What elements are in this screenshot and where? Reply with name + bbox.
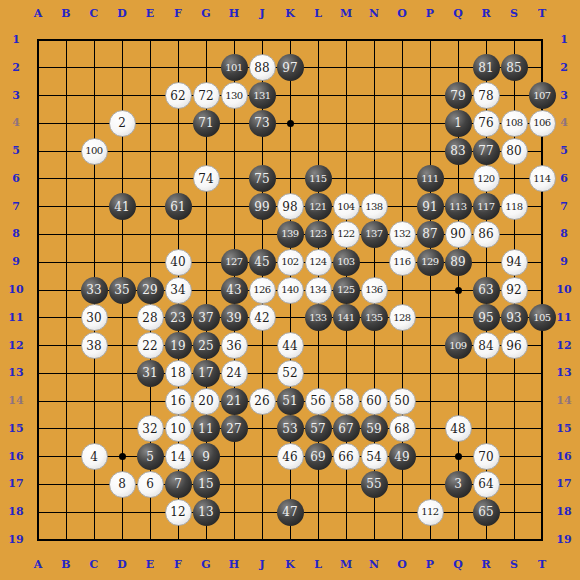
stone-move-number: 15 — [198, 478, 213, 490]
stone-move-number: 105 — [533, 313, 550, 323]
stone-move-number: 97 — [282, 62, 297, 74]
stone-move-number: 122 — [337, 229, 354, 239]
col-label-top-Q: Q — [446, 7, 470, 21]
stone-move-number: 109 — [449, 341, 466, 351]
stone-move-number: 81 — [478, 62, 493, 74]
col-label-top-A: A — [26, 7, 50, 21]
row-label-right-15: 15 — [552, 422, 576, 436]
row-label-right-1: 1 — [552, 33, 576, 47]
col-label-bottom-R: R — [474, 558, 498, 572]
stone-move-number: 128 — [393, 313, 410, 323]
row-label-right-2: 2 — [552, 61, 576, 75]
col-label-bottom-A: A — [26, 558, 50, 572]
stone-white-move-14: 14 — [165, 443, 192, 470]
stone-move-number: 79 — [450, 90, 465, 102]
stone-move-number: 4 — [90, 451, 98, 463]
stone-move-number: 45 — [254, 256, 269, 268]
stone-move-number: 39 — [226, 312, 241, 324]
stone-move-number: 31 — [142, 367, 157, 379]
col-label-bottom-B: B — [54, 558, 78, 572]
stone-move-number: 137 — [365, 229, 382, 239]
stone-move-number: 71 — [198, 117, 213, 129]
stone-move-number: 130 — [225, 91, 242, 101]
stone-black-move-137: 137 — [361, 221, 388, 248]
stone-black-move-91: 91 — [417, 193, 444, 220]
stone-white-move-30: 30 — [81, 304, 108, 331]
stone-black-move-59: 59 — [361, 415, 388, 442]
stone-black-move-109: 109 — [445, 332, 472, 359]
stone-black-move-125: 125 — [333, 277, 360, 304]
stone-white-move-58: 58 — [333, 388, 360, 415]
stone-move-number: 59 — [366, 423, 381, 435]
stone-white-move-2: 2 — [109, 110, 136, 137]
stone-white-move-38: 38 — [81, 332, 108, 359]
stone-white-move-128: 128 — [389, 304, 416, 331]
stone-black-move-69: 69 — [305, 443, 332, 470]
stone-move-number: 114 — [533, 174, 550, 184]
stone-move-number: 69 — [310, 451, 325, 463]
stone-move-number: 89 — [450, 256, 465, 268]
row-label-left-1: 1 — [4, 33, 28, 47]
col-label-bottom-P: P — [418, 558, 442, 572]
stone-white-move-26: 26 — [249, 388, 276, 415]
stone-move-number: 46 — [282, 451, 297, 463]
stone-black-move-127: 127 — [221, 249, 248, 276]
stone-move-number: 134 — [309, 285, 326, 295]
col-label-bottom-K: K — [278, 558, 302, 572]
col-label-top-C: C — [82, 7, 106, 21]
stone-move-number: 90 — [450, 228, 465, 240]
stone-white-move-68: 68 — [389, 415, 416, 442]
stone-move-number: 96 — [506, 340, 521, 352]
stone-move-number: 80 — [506, 145, 521, 157]
stone-white-move-66: 66 — [333, 443, 360, 470]
stone-move-number: 107 — [533, 91, 550, 101]
stone-white-move-98: 98 — [277, 193, 304, 220]
stone-black-move-103: 103 — [333, 249, 360, 276]
stone-black-move-19: 19 — [165, 332, 192, 359]
stone-move-number: 95 — [478, 312, 493, 324]
stone-white-move-62: 62 — [165, 82, 192, 109]
stone-white-move-134: 134 — [305, 277, 332, 304]
stone-move-number: 29 — [142, 284, 157, 296]
stone-move-number: 65 — [478, 506, 493, 518]
col-label-bottom-E: E — [138, 558, 162, 572]
stone-move-number: 84 — [478, 340, 493, 352]
stone-white-move-42: 42 — [249, 304, 276, 331]
stone-move-number: 92 — [506, 284, 521, 296]
stone-move-number: 22 — [142, 340, 157, 352]
stone-white-move-40: 40 — [165, 249, 192, 276]
stone-white-move-138: 138 — [361, 193, 388, 220]
stone-black-move-115: 115 — [305, 165, 332, 192]
col-label-top-O: O — [390, 7, 414, 21]
stone-white-move-74: 74 — [193, 165, 220, 192]
row-label-left-19: 19 — [4, 533, 28, 547]
grid-line-vertical — [430, 40, 431, 540]
row-label-left-18: 18 — [4, 505, 28, 519]
stone-move-number: 121 — [309, 202, 326, 212]
stone-black-move-61: 61 — [165, 193, 192, 220]
stone-white-move-92: 92 — [501, 277, 528, 304]
stone-move-number: 49 — [394, 451, 409, 463]
go-board[interactable]: AABBCCDDEEFFGGHHJJKKLLMMNNOOPPQQRRSSTT11… — [0, 0, 580, 580]
stone-move-number: 127 — [225, 257, 242, 267]
stone-black-move-7: 7 — [165, 471, 192, 498]
stone-move-number: 136 — [365, 285, 382, 295]
stone-move-number: 85 — [506, 62, 521, 74]
stone-black-move-51: 51 — [277, 388, 304, 415]
stone-move-number: 129 — [421, 257, 438, 267]
stone-move-number: 60 — [366, 395, 381, 407]
stone-move-number: 83 — [450, 145, 465, 157]
row-label-right-7: 7 — [552, 200, 576, 214]
stone-white-move-118: 118 — [501, 193, 528, 220]
col-label-bottom-T: T — [530, 558, 554, 572]
stone-move-number: 30 — [86, 312, 101, 324]
stone-white-move-106: 106 — [529, 110, 556, 137]
stone-white-move-130: 130 — [221, 82, 248, 109]
stone-black-move-13: 13 — [193, 499, 220, 526]
stone-move-number: 99 — [254, 201, 269, 213]
row-label-right-17: 17 — [552, 477, 576, 491]
stone-black-move-141: 141 — [333, 304, 360, 331]
stone-move-number: 11 — [198, 423, 213, 435]
stone-black-move-111: 111 — [417, 165, 444, 192]
stone-move-number: 125 — [337, 285, 354, 295]
stone-white-move-102: 102 — [277, 249, 304, 276]
stone-white-move-84: 84 — [473, 332, 500, 359]
stone-black-move-81: 81 — [473, 54, 500, 81]
stone-move-number: 53 — [282, 423, 297, 435]
stone-black-move-95: 95 — [473, 304, 500, 331]
stone-black-move-49: 49 — [389, 443, 416, 470]
stone-move-number: 26 — [254, 395, 269, 407]
stone-move-number: 126 — [253, 285, 270, 295]
stone-white-move-70: 70 — [473, 443, 500, 470]
row-label-right-16: 16 — [552, 450, 576, 464]
stone-move-number: 35 — [114, 284, 129, 296]
stone-black-move-5: 5 — [137, 443, 164, 470]
stone-move-number: 58 — [338, 395, 353, 407]
stone-move-number: 117 — [477, 202, 494, 212]
stone-move-number: 6 — [146, 478, 154, 490]
stone-move-number: 91 — [422, 201, 437, 213]
stone-white-move-120: 120 — [473, 165, 500, 192]
stone-black-move-131: 131 — [249, 82, 276, 109]
stone-move-number: 124 — [309, 257, 326, 267]
stone-move-number: 28 — [142, 312, 157, 324]
stone-move-number: 108 — [505, 118, 522, 128]
stone-move-number: 103 — [337, 257, 354, 267]
stone-move-number: 98 — [282, 201, 297, 213]
stone-move-number: 40 — [170, 256, 185, 268]
stone-black-move-41: 41 — [109, 193, 136, 220]
stone-move-number: 43 — [226, 284, 241, 296]
stone-move-number: 93 — [506, 312, 521, 324]
star-point-K4 — [287, 120, 294, 127]
stone-white-move-108: 108 — [501, 110, 528, 137]
col-label-top-T: T — [530, 7, 554, 21]
stone-move-number: 36 — [226, 340, 241, 352]
stone-black-move-89: 89 — [445, 249, 472, 276]
stone-white-move-140: 140 — [277, 277, 304, 304]
col-label-bottom-Q: Q — [446, 558, 470, 572]
stone-black-move-97: 97 — [277, 54, 304, 81]
stone-move-number: 64 — [478, 478, 493, 490]
stone-white-move-16: 16 — [165, 388, 192, 415]
stone-move-number: 7 — [174, 478, 182, 490]
row-label-right-6: 6 — [552, 172, 576, 186]
stone-move-number: 138 — [365, 202, 382, 212]
row-label-left-10: 10 — [4, 283, 28, 297]
row-label-right-9: 9 — [552, 255, 576, 269]
row-label-left-5: 5 — [4, 144, 28, 158]
stone-white-move-80: 80 — [501, 138, 528, 165]
row-label-left-12: 12 — [4, 339, 28, 353]
stone-move-number: 27 — [226, 423, 241, 435]
col-label-top-P: P — [418, 7, 442, 21]
stone-black-move-139: 139 — [277, 221, 304, 248]
stone-white-move-124: 124 — [305, 249, 332, 276]
row-label-left-16: 16 — [4, 450, 28, 464]
stone-move-number: 63 — [478, 284, 493, 296]
stone-black-move-29: 29 — [137, 277, 164, 304]
stone-move-number: 62 — [170, 90, 185, 102]
stone-move-number: 42 — [254, 312, 269, 324]
row-label-right-19: 19 — [552, 533, 576, 547]
stone-move-number: 37 — [198, 312, 213, 324]
stone-move-number: 23 — [170, 312, 185, 324]
stone-move-number: 48 — [450, 423, 465, 435]
stone-black-move-33: 33 — [81, 277, 108, 304]
col-label-bottom-C: C — [82, 558, 106, 572]
stone-black-move-83: 83 — [445, 138, 472, 165]
col-label-top-J: J — [250, 7, 274, 21]
stone-move-number: 17 — [198, 367, 213, 379]
stone-black-move-85: 85 — [501, 54, 528, 81]
stone-black-move-121: 121 — [305, 193, 332, 220]
col-label-top-S: S — [502, 7, 526, 21]
stone-move-number: 14 — [170, 451, 185, 463]
col-label-top-M: M — [334, 7, 358, 21]
stone-black-move-35: 35 — [109, 277, 136, 304]
stone-move-number: 140 — [281, 285, 298, 295]
stone-white-move-36: 36 — [221, 332, 248, 359]
stone-white-move-44: 44 — [277, 332, 304, 359]
stone-move-number: 75 — [254, 173, 269, 185]
stone-move-number: 94 — [506, 256, 521, 268]
stone-move-number: 132 — [393, 229, 410, 239]
row-label-left-3: 3 — [4, 89, 28, 103]
stone-move-number: 47 — [282, 506, 297, 518]
stone-white-move-114: 114 — [529, 165, 556, 192]
stone-move-number: 10 — [170, 423, 185, 435]
stone-white-move-132: 132 — [389, 221, 416, 248]
stone-move-number: 5 — [146, 451, 154, 463]
col-label-top-D: D — [110, 7, 134, 21]
stone-white-move-88: 88 — [249, 54, 276, 81]
stone-move-number: 104 — [337, 202, 354, 212]
stone-black-move-79: 79 — [445, 82, 472, 109]
stone-white-move-96: 96 — [501, 332, 528, 359]
stone-move-number: 56 — [310, 395, 325, 407]
stone-white-move-48: 48 — [445, 415, 472, 442]
stone-black-move-55: 55 — [361, 471, 388, 498]
row-label-left-11: 11 — [4, 311, 28, 325]
stone-move-number: 73 — [254, 117, 269, 129]
stone-white-move-8: 8 — [109, 471, 136, 498]
stone-black-move-67: 67 — [333, 415, 360, 442]
row-label-left-2: 2 — [4, 61, 28, 75]
stone-black-move-47: 47 — [277, 499, 304, 526]
stone-move-number: 100 — [85, 146, 102, 156]
stone-black-move-75: 75 — [249, 165, 276, 192]
stone-black-move-17: 17 — [193, 360, 220, 387]
stone-move-number: 123 — [309, 229, 326, 239]
stone-move-number: 74 — [198, 173, 213, 185]
row-label-right-4: 4 — [552, 116, 576, 130]
row-label-left-8: 8 — [4, 227, 28, 241]
col-label-top-R: R — [474, 7, 498, 21]
stone-move-number: 3 — [454, 478, 462, 490]
star-point-D16 — [119, 453, 126, 460]
stone-black-move-11: 11 — [193, 415, 220, 442]
stone-move-number: 86 — [478, 228, 493, 240]
col-label-bottom-F: F — [166, 558, 190, 572]
row-label-left-7: 7 — [4, 200, 28, 214]
stone-black-move-1: 1 — [445, 110, 472, 137]
stone-move-number: 106 — [533, 118, 550, 128]
stone-white-move-56: 56 — [305, 388, 332, 415]
col-label-top-G: G — [194, 7, 218, 21]
stone-black-move-99: 99 — [249, 193, 276, 220]
col-label-bottom-D: D — [110, 558, 134, 572]
stone-move-number: 141 — [337, 313, 354, 323]
stone-move-number: 87 — [422, 228, 437, 240]
stone-black-move-39: 39 — [221, 304, 248, 331]
col-label-bottom-N: N — [362, 558, 386, 572]
stone-black-move-133: 133 — [305, 304, 332, 331]
stone-black-move-43: 43 — [221, 277, 248, 304]
stone-black-move-37: 37 — [193, 304, 220, 331]
row-label-left-15: 15 — [4, 422, 28, 436]
stone-white-move-52: 52 — [277, 360, 304, 387]
stone-move-number: 54 — [366, 451, 381, 463]
stone-black-move-15: 15 — [193, 471, 220, 498]
row-label-left-17: 17 — [4, 477, 28, 491]
stone-black-move-21: 21 — [221, 388, 248, 415]
stone-white-move-6: 6 — [137, 471, 164, 498]
row-label-right-11: 11 — [552, 311, 576, 325]
stone-black-move-9: 9 — [193, 443, 220, 470]
col-label-top-N: N — [362, 7, 386, 21]
col-label-bottom-J: J — [250, 558, 274, 572]
stone-move-number: 68 — [394, 423, 409, 435]
stone-white-move-4: 4 — [81, 443, 108, 470]
stone-move-number: 44 — [282, 340, 297, 352]
stone-move-number: 21 — [226, 395, 241, 407]
stone-white-move-24: 24 — [221, 360, 248, 387]
stone-move-number: 116 — [393, 257, 410, 267]
row-label-right-13: 13 — [552, 366, 576, 380]
stone-move-number: 16 — [170, 395, 185, 407]
stone-black-move-63: 63 — [473, 277, 500, 304]
stone-move-number: 18 — [170, 367, 185, 379]
stone-white-move-104: 104 — [333, 193, 360, 220]
stone-black-move-31: 31 — [137, 360, 164, 387]
stone-move-number: 131 — [253, 91, 270, 101]
row-label-left-9: 9 — [4, 255, 28, 269]
stone-move-number: 77 — [478, 145, 493, 157]
stone-move-number: 70 — [478, 451, 493, 463]
stone-white-move-116: 116 — [389, 249, 416, 276]
stone-black-move-93: 93 — [501, 304, 528, 331]
col-label-top-F: F — [166, 7, 190, 21]
stone-black-move-117: 117 — [473, 193, 500, 220]
stone-white-move-90: 90 — [445, 221, 472, 248]
stone-white-move-34: 34 — [165, 277, 192, 304]
col-label-bottom-O: O — [390, 558, 414, 572]
stone-black-move-57: 57 — [305, 415, 332, 442]
stone-white-move-50: 50 — [389, 388, 416, 415]
stone-move-number: 111 — [421, 174, 438, 184]
stone-move-number: 38 — [86, 340, 101, 352]
row-label-right-18: 18 — [552, 505, 576, 519]
row-label-right-8: 8 — [552, 227, 576, 241]
stone-move-number: 19 — [170, 340, 185, 352]
stone-black-move-77: 77 — [473, 138, 500, 165]
stone-white-move-18: 18 — [165, 360, 192, 387]
stone-move-number: 2 — [118, 117, 126, 129]
star-point-Q16 — [455, 453, 462, 460]
stone-white-move-54: 54 — [361, 443, 388, 470]
col-label-top-K: K — [278, 7, 302, 21]
stone-move-number: 12 — [170, 506, 185, 518]
stone-black-move-135: 135 — [361, 304, 388, 331]
stone-white-move-22: 22 — [137, 332, 164, 359]
stone-move-number: 66 — [338, 451, 353, 463]
stone-white-move-122: 122 — [333, 221, 360, 248]
col-label-bottom-M: M — [334, 558, 358, 572]
stone-move-number: 120 — [477, 174, 494, 184]
stone-black-move-73: 73 — [249, 110, 276, 137]
stone-white-move-60: 60 — [361, 388, 388, 415]
stone-black-move-25: 25 — [193, 332, 220, 359]
stone-move-number: 118 — [505, 202, 522, 212]
stone-white-move-28: 28 — [137, 304, 164, 331]
stone-move-number: 102 — [281, 257, 298, 267]
stone-white-move-86: 86 — [473, 221, 500, 248]
col-label-top-B: B — [54, 7, 78, 21]
stone-white-move-112: 112 — [417, 499, 444, 526]
stone-move-number: 135 — [365, 313, 382, 323]
stone-move-number: 61 — [170, 201, 185, 213]
stone-move-number: 33 — [86, 284, 101, 296]
grid-line-horizontal — [38, 317, 542, 318]
stone-move-number: 32 — [142, 423, 157, 435]
stone-black-move-123: 123 — [305, 221, 332, 248]
stone-move-number: 133 — [309, 313, 326, 323]
stone-move-number: 101 — [225, 63, 242, 73]
row-label-right-10: 10 — [552, 283, 576, 297]
stone-black-move-105: 105 — [529, 304, 556, 331]
stone-black-move-3: 3 — [445, 471, 472, 498]
star-point-Q10 — [455, 287, 462, 294]
col-label-bottom-L: L — [306, 558, 330, 572]
stone-white-move-136: 136 — [361, 277, 388, 304]
stone-move-number: 9 — [202, 451, 210, 463]
